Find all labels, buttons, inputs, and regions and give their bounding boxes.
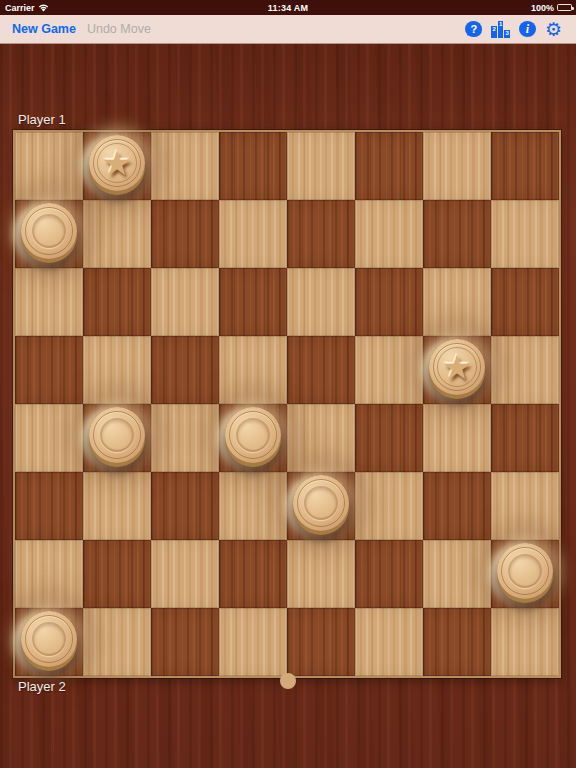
board-square[interactable] <box>491 472 559 540</box>
board-square[interactable] <box>151 404 219 472</box>
checker-king[interactable]: ★ <box>89 135 145 191</box>
status-time: 11:34 AM <box>0 3 576 13</box>
wifi-icon <box>38 4 49 12</box>
board-square[interactable] <box>287 268 355 336</box>
board-square[interactable] <box>287 200 355 268</box>
board-square[interactable] <box>83 608 151 676</box>
board-square[interactable] <box>219 472 287 540</box>
board-square[interactable] <box>355 268 423 336</box>
board-square[interactable] <box>423 540 491 608</box>
board-square[interactable] <box>287 336 355 404</box>
king-star-icon: ★ <box>429 339 485 395</box>
board-square[interactable] <box>287 404 355 472</box>
checker-man[interactable] <box>21 611 77 667</box>
gear-icon[interactable]: ⚙ <box>545 20 562 39</box>
board-square[interactable] <box>287 540 355 608</box>
board-square[interactable] <box>15 472 83 540</box>
info-icon[interactable]: i <box>519 21 536 37</box>
board-square[interactable] <box>287 132 355 200</box>
board-square[interactable] <box>355 404 423 472</box>
board-square[interactable] <box>151 268 219 336</box>
board-square[interactable] <box>219 540 287 608</box>
board-square[interactable] <box>491 336 559 404</box>
board-square[interactable] <box>15 540 83 608</box>
board-square[interactable] <box>355 132 423 200</box>
board-square[interactable] <box>151 608 219 676</box>
status-bar: Carrier 11:34 AM 100% <box>0 0 576 15</box>
board-square[interactable] <box>491 200 559 268</box>
info-glyph: i <box>526 22 529 37</box>
board-square[interactable] <box>83 336 151 404</box>
checker-man[interactable] <box>225 407 281 463</box>
board-square[interactable] <box>423 268 491 336</box>
podium-bar-third: 3 <box>504 30 510 38</box>
carrier-label: Carrier <box>5 3 35 13</box>
player2-label: Player 2 <box>18 679 66 694</box>
board-square[interactable] <box>355 540 423 608</box>
board-square[interactable] <box>423 404 491 472</box>
king-star-icon: ★ <box>89 135 145 191</box>
board-square[interactable] <box>83 200 151 268</box>
page-indicator-dot[interactable] <box>280 673 296 689</box>
new-game-button[interactable]: New Game <box>12 22 76 36</box>
board-square[interactable] <box>423 472 491 540</box>
board-square[interactable] <box>15 268 83 336</box>
board-square[interactable] <box>151 132 219 200</box>
board-square[interactable] <box>15 404 83 472</box>
checker-king[interactable]: ★ <box>429 339 485 395</box>
checker-man[interactable] <box>293 475 349 531</box>
board-square[interactable] <box>423 132 491 200</box>
board-square[interactable] <box>151 336 219 404</box>
board-square[interactable] <box>219 200 287 268</box>
podium-bar-second: 2 <box>491 26 497 38</box>
board-square[interactable] <box>151 540 219 608</box>
leaderboard-icon[interactable]: 2 1 3 <box>491 21 510 38</box>
board-square[interactable] <box>219 336 287 404</box>
board-square[interactable] <box>491 132 559 200</box>
board-square[interactable] <box>491 608 559 676</box>
board-square[interactable] <box>219 608 287 676</box>
board-square[interactable] <box>83 268 151 336</box>
board-square[interactable] <box>219 132 287 200</box>
checker-man[interactable] <box>89 407 145 463</box>
board-square[interactable] <box>491 268 559 336</box>
board-square[interactable] <box>151 200 219 268</box>
undo-move-button[interactable]: Undo Move <box>87 22 151 36</box>
board-square[interactable] <box>219 268 287 336</box>
board-square[interactable] <box>355 200 423 268</box>
board-square[interactable] <box>355 472 423 540</box>
board-square[interactable] <box>83 472 151 540</box>
battery-percent-label: 100% <box>531 3 554 13</box>
board-square[interactable] <box>355 336 423 404</box>
battery-icon <box>557 4 572 11</box>
checker-man[interactable] <box>21 203 77 259</box>
board-square[interactable] <box>15 132 83 200</box>
board-square[interactable] <box>423 200 491 268</box>
board-square[interactable] <box>151 472 219 540</box>
player1-label: Player 1 <box>18 112 66 127</box>
help-icon[interactable]: ? <box>465 21 482 37</box>
checker-man[interactable] <box>497 543 553 599</box>
board-square[interactable] <box>423 608 491 676</box>
board-square[interactable] <box>491 404 559 472</box>
podium-bar-first: 1 <box>498 21 504 38</box>
board-square[interactable] <box>83 540 151 608</box>
question-glyph: ? <box>471 23 478 35</box>
board-square[interactable] <box>15 336 83 404</box>
board-square[interactable] <box>355 608 423 676</box>
board-square[interactable] <box>287 608 355 676</box>
toolbar: New Game Undo Move ? 2 1 3 i ⚙ <box>0 15 576 44</box>
board: ★★ <box>13 130 561 678</box>
